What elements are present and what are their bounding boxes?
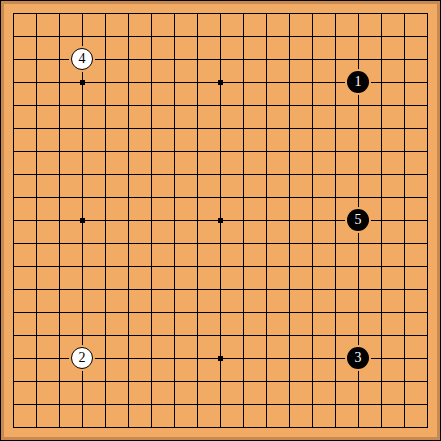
board-intersection[interactable] xyxy=(25,48,48,71)
board-intersection[interactable] xyxy=(347,301,370,324)
board-intersection[interactable] xyxy=(4,186,25,209)
board-intersection[interactable] xyxy=(278,370,301,393)
board-intersection[interactable] xyxy=(140,255,163,278)
board-intersection[interactable] xyxy=(71,71,94,94)
board-intersection[interactable] xyxy=(209,25,232,48)
board-intersection[interactable] xyxy=(278,301,301,324)
board-intersection[interactable] xyxy=(94,25,117,48)
board-intersection[interactable] xyxy=(25,370,48,393)
board-intersection[interactable] xyxy=(186,324,209,347)
board-intersection[interactable] xyxy=(278,278,301,301)
board-intersection[interactable] xyxy=(140,370,163,393)
board-intersection[interactable] xyxy=(370,347,393,370)
board-intersection[interactable] xyxy=(301,370,324,393)
board-intersection[interactable] xyxy=(347,232,370,255)
board-intersection[interactable] xyxy=(232,416,255,437)
board-intersection[interactable] xyxy=(71,301,94,324)
board-intersection[interactable] xyxy=(140,94,163,117)
board-intersection[interactable] xyxy=(140,232,163,255)
board-intersection[interactable] xyxy=(163,71,186,94)
board-intersection[interactable] xyxy=(94,301,117,324)
board-intersection[interactable] xyxy=(4,94,25,117)
board-intersection[interactable] xyxy=(255,347,278,370)
board-intersection[interactable] xyxy=(209,140,232,163)
board-intersection[interactable] xyxy=(48,25,71,48)
board-intersection[interactable] xyxy=(71,186,94,209)
board-intersection[interactable] xyxy=(117,163,140,186)
board-intersection[interactable] xyxy=(71,25,94,48)
board-intersection[interactable] xyxy=(347,255,370,278)
board-intersection[interactable] xyxy=(186,370,209,393)
board-intersection[interactable] xyxy=(209,232,232,255)
board-intersection[interactable] xyxy=(278,94,301,117)
board-intersection[interactable] xyxy=(48,347,71,370)
board-intersection[interactable] xyxy=(301,255,324,278)
board-intersection[interactable] xyxy=(301,48,324,71)
board-intersection[interactable] xyxy=(25,71,48,94)
board-intersection[interactable] xyxy=(209,370,232,393)
board-intersection[interactable] xyxy=(232,117,255,140)
board-intersection[interactable] xyxy=(4,117,25,140)
board-intersection[interactable] xyxy=(48,186,71,209)
board-intersection[interactable] xyxy=(71,255,94,278)
board-intersection[interactable] xyxy=(393,209,416,232)
board-intersection[interactable] xyxy=(209,4,232,25)
board-intersection[interactable] xyxy=(370,301,393,324)
board-intersection[interactable] xyxy=(393,94,416,117)
board-intersection[interactable] xyxy=(163,255,186,278)
board-intersection[interactable] xyxy=(94,4,117,25)
board-intersection[interactable] xyxy=(209,255,232,278)
board-intersection[interactable] xyxy=(370,393,393,416)
board-intersection[interactable] xyxy=(347,393,370,416)
board-intersection[interactable] xyxy=(163,117,186,140)
board-intersection[interactable] xyxy=(48,393,71,416)
board-intersection[interactable] xyxy=(370,4,393,25)
board-intersection[interactable] xyxy=(25,117,48,140)
board-intersection[interactable] xyxy=(71,416,94,437)
board-intersection[interactable] xyxy=(393,370,416,393)
board-intersection[interactable] xyxy=(324,186,347,209)
board-intersection[interactable] xyxy=(4,71,25,94)
board-intersection[interactable] xyxy=(4,48,25,71)
board-intersection[interactable] xyxy=(393,48,416,71)
board-intersection[interactable] xyxy=(4,255,25,278)
board-intersection[interactable] xyxy=(209,209,232,232)
board-intersection[interactable] xyxy=(209,94,232,117)
board-intersection[interactable] xyxy=(232,25,255,48)
board-intersection[interactable] xyxy=(324,324,347,347)
board-intersection[interactable] xyxy=(255,94,278,117)
board-intersection[interactable] xyxy=(324,301,347,324)
board-intersection[interactable] xyxy=(117,117,140,140)
board-intersection[interactable] xyxy=(163,278,186,301)
board-intersection[interactable] xyxy=(71,393,94,416)
board-intersection[interactable] xyxy=(232,186,255,209)
board-intersection[interactable] xyxy=(232,48,255,71)
board-intersection[interactable] xyxy=(4,232,25,255)
board-intersection[interactable] xyxy=(324,163,347,186)
board-intersection[interactable] xyxy=(370,94,393,117)
board-intersection[interactable] xyxy=(140,186,163,209)
board-intersection[interactable] xyxy=(370,48,393,71)
board-intersection[interactable] xyxy=(232,232,255,255)
board-intersection[interactable] xyxy=(186,255,209,278)
board-intersection[interactable] xyxy=(255,163,278,186)
board-intersection[interactable] xyxy=(163,301,186,324)
board-intersection[interactable] xyxy=(301,416,324,437)
board-intersection[interactable] xyxy=(48,255,71,278)
board-intersection[interactable] xyxy=(163,416,186,437)
board-intersection[interactable] xyxy=(255,209,278,232)
board-intersection[interactable] xyxy=(301,301,324,324)
board-intersection[interactable] xyxy=(416,416,437,437)
board-intersection[interactable] xyxy=(117,71,140,94)
board-intersection[interactable] xyxy=(301,4,324,25)
board-intersection[interactable] xyxy=(71,94,94,117)
board-intersection[interactable] xyxy=(324,4,347,25)
board-intersection[interactable] xyxy=(393,347,416,370)
board-intersection[interactable] xyxy=(48,278,71,301)
board-intersection[interactable] xyxy=(163,347,186,370)
board-intersection[interactable] xyxy=(301,347,324,370)
board-intersection[interactable] xyxy=(140,163,163,186)
board-intersection[interactable] xyxy=(232,347,255,370)
board-intersection[interactable] xyxy=(186,25,209,48)
board-intersection[interactable] xyxy=(393,71,416,94)
board-intersection[interactable] xyxy=(186,94,209,117)
board-intersection[interactable] xyxy=(25,232,48,255)
board-intersection[interactable] xyxy=(347,416,370,437)
board-intersection[interactable] xyxy=(48,232,71,255)
board-intersection[interactable] xyxy=(186,186,209,209)
board-intersection[interactable] xyxy=(301,186,324,209)
board-intersection[interactable] xyxy=(255,71,278,94)
board-intersection[interactable] xyxy=(25,416,48,437)
board-intersection[interactable] xyxy=(255,117,278,140)
board-intersection[interactable] xyxy=(209,163,232,186)
board-intersection[interactable] xyxy=(232,301,255,324)
board-intersection[interactable] xyxy=(163,324,186,347)
board-intersection[interactable] xyxy=(393,186,416,209)
board-intersection[interactable] xyxy=(416,4,437,25)
board-intersection[interactable] xyxy=(416,163,437,186)
board-intersection[interactable] xyxy=(393,255,416,278)
board-intersection[interactable] xyxy=(117,140,140,163)
board-intersection[interactable] xyxy=(232,255,255,278)
board-intersection[interactable] xyxy=(186,140,209,163)
board-intersection[interactable] xyxy=(347,94,370,117)
board-intersection[interactable] xyxy=(209,71,232,94)
board-intersection[interactable] xyxy=(393,416,416,437)
board-intersection[interactable] xyxy=(370,71,393,94)
board-intersection[interactable] xyxy=(48,163,71,186)
board-intersection[interactable] xyxy=(232,4,255,25)
board-intersection[interactable] xyxy=(94,278,117,301)
board-intersection[interactable] xyxy=(140,324,163,347)
board-intersection[interactable] xyxy=(186,209,209,232)
board-intersection[interactable] xyxy=(255,255,278,278)
board-intersection[interactable] xyxy=(117,416,140,437)
board-intersection[interactable] xyxy=(117,48,140,71)
board-intersection[interactable] xyxy=(25,301,48,324)
board-intersection[interactable] xyxy=(4,209,25,232)
board-intersection[interactable] xyxy=(186,347,209,370)
board-intersection[interactable] xyxy=(71,232,94,255)
board-intersection[interactable] xyxy=(278,209,301,232)
board-intersection[interactable] xyxy=(324,416,347,437)
board-intersection[interactable] xyxy=(25,278,48,301)
board-intersection[interactable] xyxy=(209,324,232,347)
board-intersection[interactable] xyxy=(370,416,393,437)
board-intersection[interactable] xyxy=(117,393,140,416)
board-intersection[interactable] xyxy=(278,416,301,437)
board-intersection[interactable] xyxy=(416,232,437,255)
board-intersection[interactable] xyxy=(94,186,117,209)
board-intersection[interactable] xyxy=(140,4,163,25)
board-intersection[interactable] xyxy=(140,71,163,94)
board-intersection[interactable] xyxy=(370,324,393,347)
board-intersection[interactable] xyxy=(324,232,347,255)
board-intersection[interactable] xyxy=(25,255,48,278)
board-intersection[interactable] xyxy=(25,347,48,370)
board-intersection[interactable] xyxy=(209,416,232,437)
board-intersection[interactable]: 1 xyxy=(347,71,370,94)
board-intersection[interactable] xyxy=(94,140,117,163)
board-intersection[interactable] xyxy=(94,347,117,370)
board-intersection[interactable] xyxy=(71,4,94,25)
board-intersection[interactable] xyxy=(163,94,186,117)
board-intersection[interactable] xyxy=(324,48,347,71)
board-intersection[interactable] xyxy=(4,416,25,437)
board-intersection[interactable] xyxy=(25,163,48,186)
board-intersection[interactable] xyxy=(117,94,140,117)
board-intersection[interactable] xyxy=(278,255,301,278)
board-intersection[interactable] xyxy=(71,209,94,232)
board-intersection[interactable] xyxy=(416,370,437,393)
board-intersection[interactable] xyxy=(232,163,255,186)
board-intersection[interactable] xyxy=(278,140,301,163)
board-intersection[interactable] xyxy=(232,278,255,301)
board-intersection[interactable] xyxy=(393,163,416,186)
board-intersection[interactable] xyxy=(163,393,186,416)
board-intersection[interactable] xyxy=(48,71,71,94)
board-intersection[interactable] xyxy=(301,209,324,232)
board-intersection[interactable] xyxy=(324,393,347,416)
board-intersection[interactable] xyxy=(71,117,94,140)
board-intersection[interactable] xyxy=(94,163,117,186)
board-intersection[interactable] xyxy=(278,393,301,416)
board-intersection[interactable] xyxy=(393,25,416,48)
board-intersection[interactable] xyxy=(347,186,370,209)
board-intersection[interactable] xyxy=(416,393,437,416)
board-intersection[interactable] xyxy=(71,278,94,301)
board-intersection[interactable] xyxy=(209,278,232,301)
board-intersection[interactable] xyxy=(140,393,163,416)
board-intersection[interactable] xyxy=(393,393,416,416)
board-intersection[interactable] xyxy=(25,324,48,347)
board-intersection[interactable] xyxy=(94,393,117,416)
board-intersection[interactable] xyxy=(71,324,94,347)
board-intersection[interactable] xyxy=(370,278,393,301)
board-intersection[interactable]: 3 xyxy=(347,347,370,370)
board-intersection[interactable] xyxy=(163,140,186,163)
board-intersection[interactable] xyxy=(347,4,370,25)
board-intersection[interactable] xyxy=(255,25,278,48)
board-intersection[interactable] xyxy=(301,117,324,140)
board-intersection[interactable] xyxy=(416,255,437,278)
board-intersection[interactable] xyxy=(4,324,25,347)
board-intersection[interactable] xyxy=(4,301,25,324)
board-intersection[interactable]: 5 xyxy=(347,209,370,232)
board-intersection[interactable] xyxy=(4,4,25,25)
board-intersection[interactable] xyxy=(48,140,71,163)
board-intersection[interactable] xyxy=(278,48,301,71)
board-intersection[interactable] xyxy=(324,278,347,301)
board-intersection[interactable] xyxy=(163,163,186,186)
board-intersection[interactable] xyxy=(140,209,163,232)
board-intersection[interactable] xyxy=(301,94,324,117)
board-intersection[interactable] xyxy=(416,25,437,48)
board-intersection[interactable] xyxy=(416,94,437,117)
board-intersection[interactable] xyxy=(370,117,393,140)
board-intersection[interactable] xyxy=(94,324,117,347)
board-intersection[interactable] xyxy=(255,416,278,437)
board-intersection[interactable] xyxy=(25,393,48,416)
board-intersection[interactable] xyxy=(140,301,163,324)
board-intersection[interactable] xyxy=(186,393,209,416)
board-intersection[interactable] xyxy=(186,232,209,255)
board-intersection[interactable] xyxy=(278,71,301,94)
board-intersection[interactable] xyxy=(416,278,437,301)
board-intersection[interactable] xyxy=(255,393,278,416)
board-intersection[interactable] xyxy=(347,370,370,393)
board-intersection[interactable] xyxy=(324,209,347,232)
board-intersection[interactable] xyxy=(25,4,48,25)
board-intersection[interactable] xyxy=(416,117,437,140)
board-intersection[interactable] xyxy=(163,209,186,232)
board-intersection[interactable] xyxy=(117,347,140,370)
board-intersection[interactable] xyxy=(140,278,163,301)
board-intersection[interactable] xyxy=(94,255,117,278)
board-intersection[interactable] xyxy=(163,25,186,48)
board-intersection[interactable] xyxy=(324,140,347,163)
board-intersection[interactable] xyxy=(209,301,232,324)
board-intersection[interactable] xyxy=(324,117,347,140)
board-intersection[interactable] xyxy=(347,117,370,140)
board-intersection[interactable] xyxy=(278,4,301,25)
board-intersection[interactable] xyxy=(255,4,278,25)
board-intersection[interactable] xyxy=(25,140,48,163)
board-intersection[interactable] xyxy=(324,370,347,393)
board-intersection[interactable] xyxy=(347,140,370,163)
board-intersection[interactable] xyxy=(232,140,255,163)
board-intersection[interactable] xyxy=(301,163,324,186)
board-intersection[interactable] xyxy=(117,232,140,255)
board-intersection[interactable] xyxy=(370,370,393,393)
board-intersection[interactable] xyxy=(48,324,71,347)
board-intersection[interactable] xyxy=(416,347,437,370)
board-intersection[interactable] xyxy=(393,117,416,140)
board-intersection[interactable] xyxy=(117,25,140,48)
board-intersection[interactable] xyxy=(94,416,117,437)
board-intersection[interactable] xyxy=(232,324,255,347)
board-intersection[interactable] xyxy=(48,209,71,232)
board-intersection[interactable] xyxy=(117,4,140,25)
board-intersection[interactable] xyxy=(393,232,416,255)
board-intersection[interactable] xyxy=(94,48,117,71)
board-intersection[interactable] xyxy=(117,186,140,209)
board-intersection[interactable] xyxy=(4,163,25,186)
board-intersection[interactable] xyxy=(278,25,301,48)
board-intersection[interactable] xyxy=(186,163,209,186)
board-intersection[interactable] xyxy=(370,186,393,209)
board-intersection[interactable] xyxy=(393,4,416,25)
board-intersection[interactable] xyxy=(324,25,347,48)
board-intersection[interactable] xyxy=(278,324,301,347)
board-intersection[interactable] xyxy=(140,416,163,437)
board-intersection[interactable] xyxy=(301,71,324,94)
board-intersection[interactable] xyxy=(209,117,232,140)
board-intersection[interactable] xyxy=(117,278,140,301)
board-intersection[interactable] xyxy=(255,324,278,347)
board-intersection[interactable] xyxy=(94,232,117,255)
board-intersection[interactable] xyxy=(163,370,186,393)
board-intersection[interactable] xyxy=(393,324,416,347)
board-intersection[interactable] xyxy=(255,301,278,324)
board-intersection[interactable] xyxy=(186,301,209,324)
board-intersection[interactable] xyxy=(48,370,71,393)
board-intersection[interactable] xyxy=(117,324,140,347)
board-intersection[interactable] xyxy=(278,347,301,370)
board-intersection[interactable] xyxy=(347,324,370,347)
board-intersection[interactable] xyxy=(347,25,370,48)
board-intersection[interactable] xyxy=(301,278,324,301)
board-intersection[interactable] xyxy=(393,278,416,301)
board-intersection[interactable] xyxy=(324,94,347,117)
board-intersection[interactable] xyxy=(278,163,301,186)
board-intersection[interactable] xyxy=(48,48,71,71)
board-intersection[interactable] xyxy=(48,301,71,324)
board-intersection[interactable] xyxy=(25,94,48,117)
board-intersection[interactable] xyxy=(140,347,163,370)
board-intersection[interactable] xyxy=(4,278,25,301)
board-intersection[interactable] xyxy=(94,370,117,393)
board-intersection[interactable] xyxy=(140,48,163,71)
board-intersection[interactable] xyxy=(370,163,393,186)
board-intersection[interactable] xyxy=(48,94,71,117)
board-intersection[interactable] xyxy=(4,347,25,370)
board-intersection[interactable] xyxy=(117,255,140,278)
board-intersection[interactable] xyxy=(140,25,163,48)
board-intersection[interactable] xyxy=(278,232,301,255)
board-intersection[interactable] xyxy=(94,209,117,232)
board-intersection[interactable] xyxy=(163,186,186,209)
board-intersection[interactable] xyxy=(416,48,437,71)
board-intersection[interactable] xyxy=(140,117,163,140)
board-intersection[interactable] xyxy=(48,416,71,437)
board-intersection[interactable] xyxy=(255,232,278,255)
board-intersection[interactable] xyxy=(255,140,278,163)
board-intersection[interactable] xyxy=(71,370,94,393)
board-intersection[interactable] xyxy=(209,48,232,71)
board-intersection[interactable]: 4 xyxy=(71,48,94,71)
board-intersection[interactable] xyxy=(278,117,301,140)
board-intersection[interactable] xyxy=(209,186,232,209)
board-intersection[interactable] xyxy=(71,163,94,186)
board-intersection[interactable] xyxy=(324,71,347,94)
board-intersection[interactable] xyxy=(71,140,94,163)
